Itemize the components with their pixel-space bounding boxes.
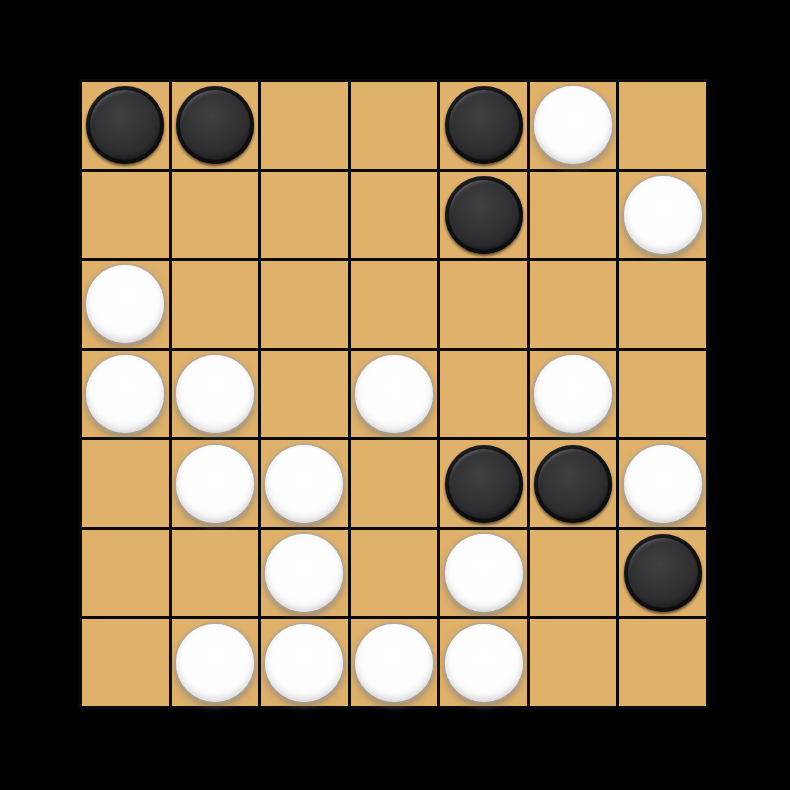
black-disc [445, 86, 523, 164]
white-disc [624, 176, 702, 254]
cell-r2c2[interactable] [172, 172, 259, 259]
cell-r3c7[interactable] [619, 261, 706, 348]
cell-r4c3[interactable] [261, 351, 348, 438]
cell-r5c5[interactable] [440, 440, 527, 527]
page-background [0, 0, 790, 790]
white-disc [176, 624, 254, 702]
board [79, 79, 709, 709]
black-disc [534, 445, 612, 523]
cell-r3c2[interactable] [172, 261, 259, 348]
cell-r7c3[interactable] [261, 619, 348, 706]
white-disc [176, 445, 254, 523]
cell-r5c3[interactable] [261, 440, 348, 527]
white-disc [534, 86, 612, 164]
cell-r1c2[interactable] [172, 82, 259, 169]
cell-r2c1[interactable] [82, 172, 169, 259]
cell-r2c5[interactable] [440, 172, 527, 259]
cell-r6c4[interactable] [351, 530, 438, 617]
cell-r3c5[interactable] [440, 261, 527, 348]
white-disc [265, 534, 343, 612]
white-disc [624, 445, 702, 523]
black-disc [445, 445, 523, 523]
cell-r2c4[interactable] [351, 172, 438, 259]
white-disc [86, 355, 164, 433]
cell-r5c7[interactable] [619, 440, 706, 527]
cell-r7c5[interactable] [440, 619, 527, 706]
cell-r7c4[interactable] [351, 619, 438, 706]
cell-r5c1[interactable] [82, 440, 169, 527]
cell-r5c6[interactable] [530, 440, 617, 527]
black-disc [86, 86, 164, 164]
white-disc [445, 624, 523, 702]
cell-r1c4[interactable] [351, 82, 438, 169]
cell-r3c6[interactable] [530, 261, 617, 348]
black-disc [624, 534, 702, 612]
cell-r4c6[interactable] [530, 351, 617, 438]
cell-r4c4[interactable] [351, 351, 438, 438]
cell-r6c2[interactable] [172, 530, 259, 617]
white-disc [265, 624, 343, 702]
white-disc [355, 624, 433, 702]
white-disc [534, 355, 612, 433]
white-disc [86, 265, 164, 343]
cell-r2c3[interactable] [261, 172, 348, 259]
cell-r1c6[interactable] [530, 82, 617, 169]
cell-r4c1[interactable] [82, 351, 169, 438]
white-disc [445, 534, 523, 612]
cell-r6c1[interactable] [82, 530, 169, 617]
cell-r7c2[interactable] [172, 619, 259, 706]
cell-r6c5[interactable] [440, 530, 527, 617]
cell-r2c7[interactable] [619, 172, 706, 259]
white-disc [265, 445, 343, 523]
white-disc [355, 355, 433, 433]
cell-r2c6[interactable] [530, 172, 617, 259]
cell-r3c3[interactable] [261, 261, 348, 348]
cell-r1c3[interactable] [261, 82, 348, 169]
cell-r6c3[interactable] [261, 530, 348, 617]
cell-r6c6[interactable] [530, 530, 617, 617]
black-disc [176, 86, 254, 164]
cell-r5c4[interactable] [351, 440, 438, 527]
cell-r1c1[interactable] [82, 82, 169, 169]
cell-r1c7[interactable] [619, 82, 706, 169]
black-disc [445, 176, 523, 254]
cell-r3c1[interactable] [82, 261, 169, 348]
cell-r7c1[interactable] [82, 619, 169, 706]
white-disc [176, 355, 254, 433]
cell-r7c6[interactable] [530, 619, 617, 706]
cell-r4c7[interactable] [619, 351, 706, 438]
cell-r5c2[interactable] [172, 440, 259, 527]
cell-r3c4[interactable] [351, 261, 438, 348]
cell-r4c2[interactable] [172, 351, 259, 438]
cell-r1c5[interactable] [440, 82, 527, 169]
cell-r7c7[interactable] [619, 619, 706, 706]
cell-r6c7[interactable] [619, 530, 706, 617]
cell-r4c5[interactable] [440, 351, 527, 438]
